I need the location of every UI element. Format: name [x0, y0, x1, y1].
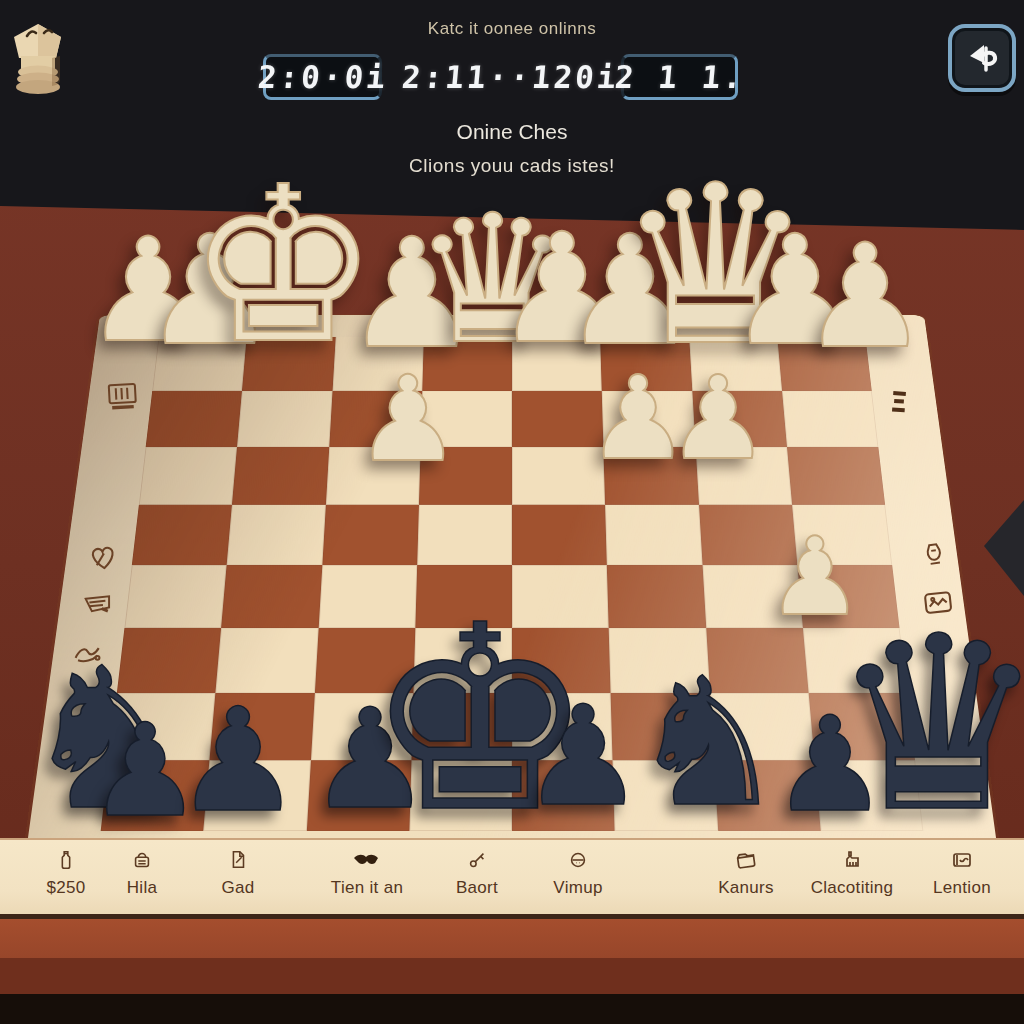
table-front-edge [0, 919, 1024, 958]
board-square[interactable] [322, 505, 419, 565]
bars-icon: Ξ [889, 385, 909, 419]
menu-item-label: Gad [221, 878, 254, 897]
tagline: Clions youu cads istes! [0, 155, 1024, 177]
board-square[interactable] [132, 505, 232, 565]
white-clock: 2:0·0i [263, 54, 382, 100]
clock-row: 2:0·0i 2:11··120i 2 1 1. [0, 54, 1024, 104]
board-square[interactable] [512, 505, 607, 565]
black-queen[interactable]: ♛ [830, 629, 1024, 822]
menu-item-label: Baort [456, 878, 498, 897]
board-square[interactable] [787, 447, 885, 505]
board-square[interactable] [605, 505, 702, 565]
board-square[interactable] [146, 391, 243, 447]
menu-item-label: Kanurs [718, 878, 774, 897]
subtitle: Onine Ches [0, 120, 1024, 144]
board-square[interactable] [227, 505, 326, 565]
board-square[interactable] [124, 565, 226, 628]
page-title: Katc it oonee onlinns [0, 19, 1024, 39]
move-timer-time: 2:11··120i [400, 59, 620, 95]
white-pawn[interactable]: ♟ [355, 372, 461, 466]
pouch-icon [918, 538, 950, 570]
menu-item-label: Hila [127, 878, 158, 897]
papers-icon [82, 592, 114, 618]
black-knight[interactable]: ♞ [629, 673, 788, 815]
board-square[interactable] [237, 391, 332, 447]
currency-arrow-icon [962, 36, 1002, 80]
black-clock-time: 2 1 1. [613, 59, 746, 95]
table-front-shadow [0, 958, 1024, 994]
menu-item-label: Tien it an [331, 878, 403, 897]
move-timer: 2:11··120i [415, 54, 605, 100]
game-screen: { "game": "chess", "position": { "fen": … [0, 0, 1024, 1024]
black-pawn[interactable]: ♟ [174, 704, 302, 818]
board-square[interactable] [607, 565, 706, 628]
menu-item-label: Vimup [553, 878, 602, 897]
heart-icon [84, 538, 122, 574]
white-clock-time: 2:0·0i [256, 59, 389, 95]
board-square[interactable] [782, 391, 879, 447]
board-square[interactable] [232, 447, 329, 505]
board-square[interactable] [139, 447, 237, 505]
settings-button[interactable] [948, 24, 1016, 92]
board-square[interactable] [417, 505, 512, 565]
floor-shadow [0, 994, 1024, 1024]
white-pawn[interactable]: ♟ [666, 372, 769, 464]
menu-item-label: Lention [933, 878, 991, 897]
grid-icon [105, 381, 141, 413]
board-square[interactable] [221, 565, 322, 628]
black-pawn[interactable]: ♟ [521, 702, 645, 812]
menu-item-label: Clacotiting [811, 878, 894, 897]
black-clock: 2 1 1. [621, 54, 738, 100]
white-pawn[interactable]: ♟ [801, 240, 929, 354]
menu-item-document[interactable]: Gad [173, 848, 303, 898]
